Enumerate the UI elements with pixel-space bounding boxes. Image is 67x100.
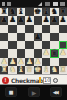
piece-br-h8: ♜ (59, 8, 66, 16)
square-f6[interactable] (42, 25, 50, 33)
notification-icon (2, 2, 5, 6)
piece-wq-d1: ♛ (26, 66, 33, 74)
square-d3[interactable] (25, 49, 33, 57)
piece-br-a8: ♜ (1, 8, 8, 16)
piece-bn-b8: ♞ (9, 8, 16, 16)
square-f4[interactable] (42, 41, 50, 49)
piece-wp-b2: ♟ (9, 58, 16, 66)
square-e5[interactable]: ♟ (34, 33, 42, 41)
square-h2[interactable] (59, 58, 67, 66)
square-c8[interactable]: ♝ (17, 8, 25, 16)
square-f7[interactable]: ♟ (42, 16, 50, 24)
square-a2[interactable]: ♟ (0, 58, 8, 66)
square-d2[interactable]: ♟ (25, 58, 33, 66)
rewind-icon: ◀◀ (53, 88, 58, 97)
square-b2[interactable]: ♟ (8, 58, 16, 66)
square-g4[interactable] (50, 41, 58, 49)
piece-bp-d7: ♟ (26, 16, 33, 24)
piece-wr-a1: ♜ (1, 66, 8, 74)
square-h7[interactable]: ♟ (59, 16, 67, 24)
stop-button[interactable]: ■ (5, 87, 17, 97)
piece-wp-h3: ♟ (59, 49, 66, 57)
square-f8[interactable]: ♝ (42, 8, 50, 16)
square-h6[interactable] (59, 25, 67, 33)
square-c3[interactable] (17, 49, 25, 57)
piece-bp-c7: ♟ (17, 16, 24, 24)
square-h3[interactable]: ♟ (59, 49, 67, 57)
hint-icon[interactable] (39, 77, 41, 83)
square-e8[interactable]: ♚ (34, 8, 42, 16)
square-e3[interactable] (34, 49, 42, 57)
square-g2[interactable] (50, 58, 58, 66)
piece-wp-d2: ♟ (26, 58, 33, 66)
square-a1[interactable]: ♜ (0, 66, 8, 74)
square-d5[interactable] (25, 33, 33, 41)
square-h4[interactable] (59, 41, 67, 49)
piece-wp-e2: ♟ (34, 58, 41, 66)
piece-wp-c2: ♟ (17, 58, 24, 66)
signal-icon (38, 2, 42, 6)
notification-icon (7, 2, 11, 6)
square-f3[interactable]: ♟ (42, 49, 50, 57)
play-icon: ▶ (32, 88, 37, 97)
square-f2[interactable] (42, 58, 50, 66)
square-g7[interactable]: ♟ (50, 16, 58, 24)
chess-board[interactable]: ♜♞♝♚♝♞♜♟♟♟♟♟♟♟♟♟♛♟♟♟♟♟♟♜♞♝♛♚♝♞♜ (0, 8, 67, 74)
piece-wb-c1: ♝ (17, 66, 24, 74)
piece-wn-g1: ♞ (51, 66, 58, 74)
network-bars-icon (45, 2, 50, 6)
square-d6[interactable] (25, 25, 33, 33)
square-b4[interactable] (8, 41, 16, 49)
clock-icon (53, 78, 58, 83)
piece-bp-h7: ♟ (59, 16, 66, 24)
rewind-button[interactable]: ◀◀ (50, 87, 62, 97)
game-status-bar: ! Checkmate 10 0:14 (0, 74, 67, 85)
piece-wn-b1: ♞ (9, 66, 16, 74)
square-d1[interactable]: ♛ (25, 66, 33, 74)
square-g1[interactable]: ♞ (50, 66, 58, 74)
square-e1[interactable]: ♚ (34, 66, 42, 74)
square-f1[interactable]: ♝ (42, 66, 50, 74)
square-b6[interactable] (8, 25, 16, 33)
piece-bp-f7: ♟ (42, 16, 49, 24)
square-b3[interactable] (8, 49, 16, 57)
piece-bp-a7: ♟ (1, 16, 8, 24)
square-h5[interactable] (59, 33, 67, 41)
piece-bn-g8: ♞ (51, 8, 58, 16)
square-a4[interactable] (0, 41, 8, 49)
square-d8[interactable] (25, 8, 33, 16)
checkmate-alert-icon: ! (2, 77, 9, 84)
replay-control-bar: ■ ▶ ◀◀ (0, 85, 67, 100)
square-c4[interactable] (17, 41, 25, 49)
square-h1[interactable]: ♜ (59, 66, 67, 74)
square-g5[interactable] (50, 33, 58, 41)
square-a8[interactable]: ♜ (0, 8, 8, 16)
piece-wk-e1: ♚ (34, 66, 41, 74)
piece-wp-f3: ♟ (42, 49, 49, 57)
square-c2[interactable]: ♟ (17, 58, 25, 66)
square-b1[interactable]: ♞ (8, 66, 16, 74)
square-c1[interactable]: ♝ (17, 66, 25, 74)
square-f5[interactable] (42, 33, 50, 41)
square-c5[interactable] (17, 33, 25, 41)
piece-bp-g7: ♟ (51, 16, 58, 24)
square-b5[interactable] (8, 33, 16, 41)
square-e6[interactable] (34, 25, 42, 33)
hints-count-badge: 10 (43, 77, 51, 84)
square-c6[interactable] (17, 25, 25, 33)
square-e7[interactable] (34, 16, 42, 24)
square-e2[interactable]: ♟ (34, 58, 42, 66)
square-g8[interactable]: ♞ (50, 8, 58, 16)
piece-bb-f8: ♝ (42, 8, 49, 16)
square-a3[interactable] (0, 49, 8, 57)
square-h8[interactable]: ♜ (59, 8, 67, 16)
piece-bk-e8: ♚ (34, 8, 41, 16)
square-d4[interactable] (25, 41, 33, 49)
phone-screen: ♜♞♝♚♝♞♜♟♟♟♟♟♟♟♟♟♛♟♟♟♟♟♟♜♞♝♛♚♝♞♜ ! Checkm… (0, 0, 67, 100)
piece-wb-f1: ♝ (42, 66, 49, 74)
square-d7[interactable]: ♟ (25, 16, 33, 24)
square-a6[interactable] (0, 25, 8, 33)
battery-icon (53, 2, 58, 6)
square-a7[interactable]: ♟ (0, 16, 8, 24)
piece-wr-h1: ♜ (59, 66, 66, 74)
play-button[interactable]: ▶ (28, 87, 40, 97)
square-b8[interactable]: ♞ (8, 8, 16, 16)
stop-icon: ■ (9, 88, 14, 97)
square-e4[interactable] (34, 41, 42, 49)
square-g6[interactable] (50, 25, 58, 33)
square-g3[interactable]: ♛ (50, 49, 58, 57)
piece-bq-g3: ♛ (51, 49, 58, 57)
square-a5[interactable] (0, 33, 8, 41)
piece-bp-b7: ♟ (9, 16, 16, 24)
piece-bb-c8: ♝ (17, 8, 24, 16)
status-clock-icon (60, 2, 65, 6)
square-b7[interactable]: ♟ (8, 16, 16, 24)
square-c7[interactable]: ♟ (17, 16, 25, 24)
piece-bp-e5: ♟ (34, 33, 41, 41)
android-status-bar (0, 0, 67, 8)
piece-wp-a2: ♟ (1, 58, 8, 66)
